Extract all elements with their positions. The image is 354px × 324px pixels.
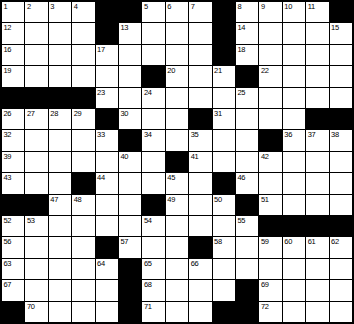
white-cell-r7c13[interactable]: 36 bbox=[283, 130, 305, 150]
clue-number-64: 64 bbox=[97, 259, 105, 268]
white-cell-r3c7[interactable] bbox=[142, 45, 164, 65]
clue-number-3: 3 bbox=[50, 2, 54, 11]
white-cell-r7c9[interactable]: 35 bbox=[189, 130, 211, 150]
white-cell-r12c2[interactable] bbox=[25, 237, 47, 257]
white-cell-r9c12[interactable] bbox=[259, 173, 281, 193]
black-cell-r10c7 bbox=[142, 195, 164, 215]
white-cell-r13c8[interactable] bbox=[166, 259, 188, 279]
white-cell-r1c3[interactable]: 3 bbox=[49, 2, 71, 22]
clue-number-67: 67 bbox=[4, 280, 12, 289]
clue-number-19: 19 bbox=[4, 66, 12, 75]
white-cell-r7c14[interactable]: 37 bbox=[306, 130, 328, 150]
black-cell-r5c4 bbox=[72, 88, 94, 108]
white-cell-r4c6[interactable] bbox=[119, 66, 141, 86]
white-cell-r4c8[interactable]: 20 bbox=[166, 66, 188, 86]
black-cell-r15c11 bbox=[236, 302, 258, 322]
white-cell-r8c1[interactable]: 39 bbox=[2, 152, 24, 172]
white-cell-r15c4[interactable] bbox=[72, 302, 94, 322]
clue-number-7: 7 bbox=[191, 2, 195, 11]
white-cell-r9c3[interactable] bbox=[49, 173, 71, 193]
black-cell-r15c1 bbox=[2, 302, 24, 322]
white-cell-r11c7[interactable]: 54 bbox=[142, 216, 164, 236]
clue-number-40: 40 bbox=[120, 152, 128, 161]
black-cell-r7c6 bbox=[119, 130, 141, 150]
crossword-grid: 1234567891011121314151617181920212223242… bbox=[0, 0, 354, 324]
clue-number-34: 34 bbox=[144, 130, 152, 139]
clue-number-52: 52 bbox=[4, 216, 12, 225]
white-cell-r1c13[interactable]: 10 bbox=[283, 2, 305, 22]
white-cell-r15c14[interactable] bbox=[306, 302, 328, 322]
clue-number-65: 65 bbox=[144, 259, 152, 268]
clue-number-1: 1 bbox=[4, 2, 8, 11]
white-cell-r9c5[interactable]: 44 bbox=[96, 173, 118, 193]
white-cell-r12c15[interactable]: 62 bbox=[330, 237, 352, 257]
white-cell-r12c3[interactable] bbox=[49, 237, 71, 257]
clue-number-68: 68 bbox=[144, 280, 152, 289]
white-cell-r6c12[interactable] bbox=[259, 109, 281, 129]
clue-number-60: 60 bbox=[284, 237, 292, 246]
white-cell-r2c7[interactable] bbox=[142, 23, 164, 43]
clue-number-62: 62 bbox=[331, 237, 339, 246]
white-cell-r6c7[interactable] bbox=[142, 109, 164, 129]
white-cell-r6c6[interactable]: 30 bbox=[119, 109, 141, 129]
white-cell-r3c5[interactable]: 17 bbox=[96, 45, 118, 65]
black-cell-r2c10 bbox=[213, 23, 235, 43]
white-cell-r13c5[interactable]: 64 bbox=[96, 259, 118, 279]
white-cell-r15c2[interactable]: 70 bbox=[25, 302, 47, 322]
white-cell-r7c10[interactable] bbox=[213, 130, 235, 150]
white-cell-r15c12[interactable]: 72 bbox=[259, 302, 281, 322]
white-cell-r14c13[interactable] bbox=[283, 280, 305, 300]
black-cell-r1c6 bbox=[119, 2, 141, 22]
white-cell-r12c4[interactable] bbox=[72, 237, 94, 257]
white-cell-r5c12[interactable] bbox=[259, 88, 281, 108]
white-cell-r7c2[interactable] bbox=[25, 130, 47, 150]
white-cell-r15c7[interactable]: 71 bbox=[142, 302, 164, 322]
white-cell-r9c7[interactable] bbox=[142, 173, 164, 193]
black-cell-r2c5 bbox=[96, 23, 118, 43]
white-cell-r3c11[interactable]: 18 bbox=[236, 45, 258, 65]
white-cell-r10c13[interactable] bbox=[283, 195, 305, 215]
white-cell-r5c11[interactable]: 25 bbox=[236, 88, 258, 108]
white-cell-r11c5[interactable] bbox=[96, 216, 118, 236]
white-cell-r9c11[interactable]: 46 bbox=[236, 173, 258, 193]
white-cell-r13c3[interactable] bbox=[49, 259, 71, 279]
white-cell-r14c1[interactable]: 67 bbox=[2, 280, 24, 300]
white-cell-r2c6[interactable]: 13 bbox=[119, 23, 141, 43]
white-cell-r3c3[interactable] bbox=[49, 45, 71, 65]
white-cell-r3c4[interactable] bbox=[72, 45, 94, 65]
white-cell-r10c14[interactable] bbox=[306, 195, 328, 215]
white-cell-r3c1[interactable]: 16 bbox=[2, 45, 24, 65]
white-cell-r11c11[interactable]: 55 bbox=[236, 216, 258, 236]
white-cell-r11c6[interactable] bbox=[119, 216, 141, 236]
clue-number-12: 12 bbox=[4, 23, 12, 32]
black-cell-r1c10 bbox=[213, 2, 235, 22]
clue-number-41: 41 bbox=[191, 152, 199, 161]
clue-number-56: 56 bbox=[4, 237, 12, 246]
clue-number-5: 5 bbox=[144, 2, 148, 11]
clue-number-39: 39 bbox=[4, 152, 12, 161]
clue-number-53: 53 bbox=[27, 216, 35, 225]
white-cell-r8c3[interactable] bbox=[49, 152, 71, 172]
white-cell-r9c8[interactable]: 45 bbox=[166, 173, 188, 193]
white-cell-r4c4[interactable] bbox=[72, 66, 94, 86]
white-cell-r6c8[interactable] bbox=[166, 109, 188, 129]
white-cell-r14c9[interactable] bbox=[189, 280, 211, 300]
clue-number-66: 66 bbox=[191, 259, 199, 268]
clue-number-70: 70 bbox=[27, 302, 35, 311]
clue-number-29: 29 bbox=[74, 109, 82, 118]
white-cell-r12c6[interactable]: 57 bbox=[119, 237, 141, 257]
white-cell-r6c11[interactable] bbox=[236, 109, 258, 129]
white-cell-r14c8[interactable] bbox=[166, 280, 188, 300]
clue-number-58: 58 bbox=[214, 237, 222, 246]
black-cell-r6c5 bbox=[96, 109, 118, 129]
white-cell-r1c8[interactable]: 6 bbox=[166, 2, 188, 22]
clue-number-35: 35 bbox=[191, 130, 199, 139]
white-cell-r8c4[interactable] bbox=[72, 152, 94, 172]
black-cell-r12c9 bbox=[189, 237, 211, 257]
white-cell-r1c9[interactable]: 7 bbox=[189, 2, 211, 22]
white-cell-r9c2[interactable] bbox=[25, 173, 47, 193]
clue-number-49: 49 bbox=[167, 195, 175, 204]
white-cell-r13c1[interactable]: 63 bbox=[2, 259, 24, 279]
clue-number-20: 20 bbox=[167, 66, 175, 75]
clue-number-27: 27 bbox=[27, 109, 35, 118]
white-cell-r7c1[interactable]: 32 bbox=[2, 130, 24, 150]
white-cell-r13c12[interactable] bbox=[259, 259, 281, 279]
white-cell-r12c11[interactable] bbox=[236, 237, 258, 257]
white-cell-r3c8[interactable] bbox=[166, 45, 188, 65]
clue-number-38: 38 bbox=[331, 130, 339, 139]
black-cell-r4c11 bbox=[236, 66, 258, 86]
white-cell-r13c9[interactable]: 66 bbox=[189, 259, 211, 279]
white-cell-r14c10[interactable] bbox=[213, 280, 235, 300]
clue-number-30: 30 bbox=[120, 109, 128, 118]
black-cell-r11c15 bbox=[330, 216, 352, 236]
white-cell-r4c3[interactable] bbox=[49, 66, 71, 86]
clue-number-71: 71 bbox=[144, 302, 152, 311]
white-cell-r8c2[interactable] bbox=[25, 152, 47, 172]
white-cell-r8c6[interactable]: 40 bbox=[119, 152, 141, 172]
white-cell-r3c12[interactable] bbox=[259, 45, 281, 65]
white-cell-r1c2[interactable]: 2 bbox=[25, 2, 47, 22]
white-cell-r4c14[interactable] bbox=[306, 66, 328, 86]
white-cell-r4c13[interactable] bbox=[283, 66, 305, 86]
white-cell-r15c13[interactable] bbox=[283, 302, 305, 322]
black-cell-r11c13 bbox=[283, 216, 305, 236]
white-cell-r1c1[interactable]: 1 bbox=[2, 2, 24, 22]
white-cell-r10c12[interactable]: 51 bbox=[259, 195, 281, 215]
white-cell-r12c7[interactable] bbox=[142, 237, 164, 257]
white-cell-r11c8[interactable] bbox=[166, 216, 188, 236]
clue-number-26: 26 bbox=[4, 109, 12, 118]
white-cell-r5c5[interactable]: 23 bbox=[96, 88, 118, 108]
clue-number-42: 42 bbox=[261, 152, 269, 161]
white-cell-r6c4[interactable]: 29 bbox=[72, 109, 94, 129]
white-cell-r12c12[interactable]: 59 bbox=[259, 237, 281, 257]
white-cell-r4c15[interactable] bbox=[330, 66, 352, 86]
clue-number-63: 63 bbox=[4, 259, 12, 268]
white-cell-r10c8[interactable]: 49 bbox=[166, 195, 188, 215]
white-cell-r1c11[interactable]: 8 bbox=[236, 2, 258, 22]
clue-number-24: 24 bbox=[144, 88, 152, 97]
white-cell-r2c3[interactable] bbox=[49, 23, 71, 43]
white-cell-r12c8[interactable] bbox=[166, 237, 188, 257]
white-cell-r8c11[interactable] bbox=[236, 152, 258, 172]
white-cell-r5c15[interactable] bbox=[330, 88, 352, 108]
white-cell-r9c15[interactable] bbox=[330, 173, 352, 193]
black-cell-r5c2 bbox=[25, 88, 47, 108]
white-cell-r11c10[interactable] bbox=[213, 216, 235, 236]
white-cell-r13c4[interactable] bbox=[72, 259, 94, 279]
clue-number-36: 36 bbox=[284, 130, 292, 139]
clue-number-57: 57 bbox=[120, 237, 128, 246]
white-cell-r13c10[interactable] bbox=[213, 259, 235, 279]
clue-number-16: 16 bbox=[4, 45, 12, 54]
clue-number-4: 4 bbox=[74, 2, 78, 11]
white-cell-r7c3[interactable] bbox=[49, 130, 71, 150]
white-cell-r1c14[interactable]: 11 bbox=[306, 2, 328, 22]
white-cell-r7c15[interactable]: 38 bbox=[330, 130, 352, 150]
white-cell-r2c15[interactable]: 15 bbox=[330, 23, 352, 43]
black-cell-r5c1 bbox=[2, 88, 24, 108]
white-cell-r6c13[interactable] bbox=[283, 109, 305, 129]
white-cell-r5c10[interactable] bbox=[213, 88, 235, 108]
white-cell-r5c13[interactable] bbox=[283, 88, 305, 108]
white-cell-r12c10[interactable]: 58 bbox=[213, 237, 235, 257]
white-cell-r15c15[interactable] bbox=[330, 302, 352, 322]
white-cell-r14c5[interactable] bbox=[96, 280, 118, 300]
clue-number-51: 51 bbox=[261, 195, 269, 204]
white-cell-r5c6[interactable] bbox=[119, 88, 141, 108]
white-cell-r9c13[interactable] bbox=[283, 173, 305, 193]
white-cell-r2c1[interactable]: 12 bbox=[2, 23, 24, 43]
black-cell-r9c4 bbox=[72, 173, 94, 193]
white-cell-r10c15[interactable] bbox=[330, 195, 352, 215]
white-cell-r2c14[interactable] bbox=[306, 23, 328, 43]
white-cell-r11c4[interactable] bbox=[72, 216, 94, 236]
white-cell-r4c12[interactable]: 22 bbox=[259, 66, 281, 86]
clue-number-61: 61 bbox=[308, 237, 316, 246]
white-cell-r2c2[interactable] bbox=[25, 23, 47, 43]
white-cell-r13c15[interactable] bbox=[330, 259, 352, 279]
white-cell-r3c13[interactable] bbox=[283, 45, 305, 65]
clue-number-11: 11 bbox=[308, 2, 315, 11]
white-cell-r7c7[interactable]: 34 bbox=[142, 130, 164, 150]
white-cell-r12c13[interactable]: 60 bbox=[283, 237, 305, 257]
white-cell-r14c2[interactable] bbox=[25, 280, 47, 300]
clue-number-32: 32 bbox=[4, 130, 12, 139]
clue-number-55: 55 bbox=[237, 216, 245, 225]
white-cell-r8c10[interactable] bbox=[213, 152, 235, 172]
white-cell-r3c9[interactable] bbox=[189, 45, 211, 65]
white-cell-r7c5[interactable]: 33 bbox=[96, 130, 118, 150]
black-cell-r11c14 bbox=[306, 216, 328, 236]
black-cell-r1c15 bbox=[330, 2, 352, 22]
white-cell-r15c3[interactable] bbox=[49, 302, 71, 322]
black-cell-r4c7 bbox=[142, 66, 164, 86]
white-cell-r13c13[interactable] bbox=[283, 259, 305, 279]
white-cell-r5c14[interactable] bbox=[306, 88, 328, 108]
clue-number-18: 18 bbox=[237, 45, 245, 54]
clue-number-9: 9 bbox=[261, 2, 265, 11]
white-cell-r4c9[interactable] bbox=[189, 66, 211, 86]
white-cell-r12c14[interactable]: 61 bbox=[306, 237, 328, 257]
clue-number-46: 46 bbox=[237, 173, 245, 182]
white-cell-r11c1[interactable]: 52 bbox=[2, 216, 24, 236]
white-cell-r15c5[interactable] bbox=[96, 302, 118, 322]
black-cell-r6c9 bbox=[189, 109, 211, 129]
white-cell-r13c14[interactable] bbox=[306, 259, 328, 279]
white-cell-r6c3[interactable]: 28 bbox=[49, 109, 71, 129]
white-cell-r12c1[interactable]: 56 bbox=[2, 237, 24, 257]
clue-number-59: 59 bbox=[261, 237, 269, 246]
white-cell-r4c1[interactable]: 19 bbox=[2, 66, 24, 86]
clue-number-21: 21 bbox=[214, 66, 222, 75]
white-cell-r4c5[interactable] bbox=[96, 66, 118, 86]
clue-number-22: 22 bbox=[261, 66, 269, 75]
white-cell-r9c1[interactable]: 43 bbox=[2, 173, 24, 193]
clue-number-13: 13 bbox=[120, 23, 128, 32]
white-cell-r9c9[interactable] bbox=[189, 173, 211, 193]
clue-number-43: 43 bbox=[4, 173, 12, 182]
white-cell-r3c2[interactable] bbox=[25, 45, 47, 65]
clue-number-10: 10 bbox=[284, 2, 292, 11]
clue-number-23: 23 bbox=[97, 88, 105, 97]
black-cell-r10c1 bbox=[2, 195, 24, 215]
clue-number-6: 6 bbox=[167, 2, 171, 11]
white-cell-r9c6[interactable] bbox=[119, 173, 141, 193]
black-cell-r11c12 bbox=[259, 216, 281, 236]
white-cell-r8c7[interactable] bbox=[142, 152, 164, 172]
clue-number-44: 44 bbox=[97, 173, 105, 182]
white-cell-r1c12[interactable]: 9 bbox=[259, 2, 281, 22]
clue-number-54: 54 bbox=[144, 216, 152, 225]
white-cell-r14c4[interactable] bbox=[72, 280, 94, 300]
white-cell-r5c8[interactable] bbox=[166, 88, 188, 108]
black-cell-r15c6 bbox=[119, 302, 141, 322]
white-cell-r7c11[interactable] bbox=[236, 130, 258, 150]
white-cell-r6c10[interactable]: 31 bbox=[213, 109, 235, 129]
white-cell-r3c6[interactable] bbox=[119, 45, 141, 65]
white-cell-r10c5[interactable] bbox=[96, 195, 118, 215]
clue-number-17: 17 bbox=[97, 45, 105, 54]
white-cell-r7c8[interactable] bbox=[166, 130, 188, 150]
black-cell-r14c6 bbox=[119, 280, 141, 300]
clue-number-50: 50 bbox=[214, 195, 222, 204]
clue-number-28: 28 bbox=[50, 109, 58, 118]
clue-number-2: 2 bbox=[27, 2, 31, 11]
white-cell-r2c9[interactable] bbox=[189, 23, 211, 43]
clue-number-69: 69 bbox=[261, 280, 269, 289]
white-cell-r7c4[interactable] bbox=[72, 130, 94, 150]
white-cell-r1c7[interactable]: 5 bbox=[142, 2, 164, 22]
white-cell-r13c7[interactable]: 65 bbox=[142, 259, 164, 279]
black-cell-r13c6 bbox=[119, 259, 141, 279]
white-cell-r8c9[interactable]: 41 bbox=[189, 152, 211, 172]
clue-number-31: 31 bbox=[214, 109, 222, 118]
clue-number-15: 15 bbox=[331, 23, 339, 32]
white-cell-r10c6[interactable] bbox=[119, 195, 141, 215]
white-cell-r2c13[interactable] bbox=[283, 23, 305, 43]
white-cell-r5c7[interactable]: 24 bbox=[142, 88, 164, 108]
white-cell-r14c3[interactable] bbox=[49, 280, 71, 300]
clue-number-45: 45 bbox=[167, 173, 175, 182]
white-cell-r8c14[interactable] bbox=[306, 152, 328, 172]
white-cell-r15c9[interactable] bbox=[189, 302, 211, 322]
white-cell-r10c9[interactable] bbox=[189, 195, 211, 215]
white-cell-r8c15[interactable] bbox=[330, 152, 352, 172]
black-cell-r3c10 bbox=[213, 45, 235, 65]
white-cell-r14c12[interactable]: 69 bbox=[259, 280, 281, 300]
white-cell-r2c8[interactable] bbox=[166, 23, 188, 43]
clue-number-8: 8 bbox=[237, 2, 241, 11]
white-cell-r3c15[interactable] bbox=[330, 45, 352, 65]
white-cell-r10c10[interactable]: 50 bbox=[213, 195, 235, 215]
white-cell-r5c9[interactable] bbox=[189, 88, 211, 108]
white-cell-r11c3[interactable] bbox=[49, 216, 71, 236]
white-cell-r8c13[interactable] bbox=[283, 152, 305, 172]
black-cell-r10c2 bbox=[25, 195, 47, 215]
white-cell-r8c12[interactable]: 42 bbox=[259, 152, 281, 172]
white-cell-r2c12[interactable] bbox=[259, 23, 281, 43]
white-cell-r13c2[interactable] bbox=[25, 259, 47, 279]
white-cell-r15c8[interactable] bbox=[166, 302, 188, 322]
clue-number-48: 48 bbox=[74, 195, 82, 204]
black-cell-r12c5 bbox=[96, 237, 118, 257]
black-cell-r9c10 bbox=[213, 173, 235, 193]
white-cell-r3c14[interactable] bbox=[306, 45, 328, 65]
black-cell-r5c3 bbox=[49, 88, 71, 108]
white-cell-r4c10[interactable]: 21 bbox=[213, 66, 235, 86]
clue-number-47: 47 bbox=[50, 195, 58, 204]
white-cell-r6c1[interactable]: 26 bbox=[2, 109, 24, 129]
white-cell-r6c2[interactable]: 27 bbox=[25, 109, 47, 129]
black-cell-r10c11 bbox=[236, 195, 258, 215]
white-cell-r10c3[interactable]: 47 bbox=[49, 195, 71, 215]
white-cell-r14c7[interactable]: 68 bbox=[142, 280, 164, 300]
white-cell-r4c2[interactable] bbox=[25, 66, 47, 86]
white-cell-r13c11[interactable] bbox=[236, 259, 258, 279]
black-cell-r7c12 bbox=[259, 130, 281, 150]
black-cell-r1c5 bbox=[96, 2, 118, 22]
white-cell-r11c9[interactable] bbox=[189, 216, 211, 236]
black-cell-r8c8 bbox=[166, 152, 188, 172]
white-cell-r1c4[interactable]: 4 bbox=[72, 2, 94, 22]
white-cell-r11c2[interactable]: 53 bbox=[25, 216, 47, 236]
white-cell-r14c15[interactable] bbox=[330, 280, 352, 300]
white-cell-r8c5[interactable] bbox=[96, 152, 118, 172]
white-cell-r14c14[interactable] bbox=[306, 280, 328, 300]
clue-number-37: 37 bbox=[308, 130, 316, 139]
clue-number-14: 14 bbox=[237, 23, 245, 32]
white-cell-r2c4[interactable] bbox=[72, 23, 94, 43]
clue-number-33: 33 bbox=[97, 130, 105, 139]
white-cell-r9c14[interactable] bbox=[306, 173, 328, 193]
clue-number-25: 25 bbox=[237, 88, 245, 97]
black-cell-r6c14 bbox=[306, 109, 328, 129]
black-cell-r14c11 bbox=[236, 280, 258, 300]
clue-number-72: 72 bbox=[261, 302, 269, 311]
black-cell-r6c15 bbox=[330, 109, 352, 129]
white-cell-r10c4[interactable]: 48 bbox=[72, 195, 94, 215]
white-cell-r2c11[interactable]: 14 bbox=[236, 23, 258, 43]
black-cell-r15c10 bbox=[213, 302, 235, 322]
